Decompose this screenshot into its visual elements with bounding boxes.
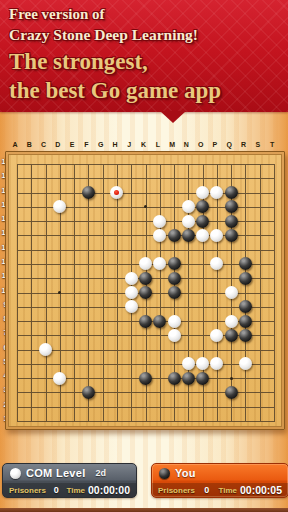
column-label: M: [167, 141, 178, 148]
column-label: Q: [224, 141, 235, 148]
you-prisoners-label: Prisoners: [158, 486, 195, 495]
column-label: T: [267, 141, 278, 148]
black-stone: [225, 186, 238, 199]
com-player-panel[interactable]: COM Level 2d Prisoners 0 Time 00:00:00: [2, 463, 137, 498]
black-stone: [153, 315, 166, 328]
column-label: C: [38, 141, 49, 148]
column-label: J: [124, 141, 135, 148]
black-stone: [239, 329, 252, 342]
banner-pointer: [160, 111, 186, 123]
black-stone: [168, 272, 181, 285]
app-screen: Free version of Crazy Stone Deep Learnin…: [0, 0, 288, 512]
you-panel-header: You: [152, 464, 288, 482]
banner-line-2: Crazy Stone Deep Learning!: [9, 27, 198, 43]
black-stone: [168, 229, 181, 242]
black-stone: [239, 272, 252, 285]
column-label: L: [152, 141, 163, 148]
black-stone: [139, 272, 152, 285]
promo-banner: Free version of Crazy Stone Deep Learnin…: [0, 0, 288, 112]
black-stone: [168, 286, 181, 299]
black-stone: [139, 286, 152, 299]
column-label: E: [67, 141, 78, 148]
you-panel-stats: Prisoners 0 Time 00:00:05: [152, 483, 288, 497]
column-label: P: [209, 141, 220, 148]
go-board[interactable]: [5, 151, 285, 430]
column-label: G: [95, 141, 106, 148]
column-label: F: [81, 141, 92, 148]
black-stone: [182, 229, 195, 242]
column-label: A: [10, 141, 21, 148]
black-stone: [139, 315, 152, 328]
com-prisoners-label: Prisoners: [9, 486, 46, 495]
white-stone: [225, 315, 238, 328]
white-stone: [125, 300, 138, 313]
you-time-label: Time: [218, 486, 237, 495]
white-stone-icon: [10, 468, 21, 479]
white-stone: [182, 215, 195, 228]
black-stone: [139, 372, 152, 385]
com-time-value: 00:00:00: [88, 484, 130, 496]
goban-surface[interactable]: [8, 154, 282, 427]
white-stone: [168, 329, 181, 342]
banner-line-3: The strongest,: [9, 50, 148, 73]
com-prisoners-count: 0: [54, 485, 59, 495]
com-time-label: Time: [66, 486, 85, 495]
column-label: R: [238, 141, 249, 148]
white-stone: [53, 372, 66, 385]
black-stone-icon: [159, 468, 170, 479]
black-stone: [225, 329, 238, 342]
black-stone: [168, 257, 181, 270]
column-label: B: [24, 141, 35, 148]
black-stone: [239, 315, 252, 328]
bottom-edge-strip: [0, 508, 288, 512]
column-label: O: [195, 141, 206, 148]
com-player-rank: 2d: [96, 468, 107, 478]
you-player-name: You: [175, 467, 196, 479]
white-stone: [225, 286, 238, 299]
white-stone: [153, 215, 166, 228]
you-time-value: 00:00:05: [240, 484, 282, 496]
black-stone: [196, 372, 209, 385]
com-player-name: COM Level: [26, 467, 86, 479]
column-label: K: [138, 141, 149, 148]
you-prisoners-count: 0: [204, 485, 209, 495]
banner-line-1: Free version of: [9, 7, 105, 22]
black-stone: [196, 215, 209, 228]
black-stone: [225, 229, 238, 242]
black-stone: [168, 372, 181, 385]
black-stone: [225, 215, 238, 228]
white-stone: [196, 229, 209, 242]
black-stone: [225, 200, 238, 213]
column-label: D: [52, 141, 63, 148]
com-panel-stats: Prisoners 0 Time 00:00:00: [3, 483, 136, 497]
star-point: [230, 377, 233, 380]
black-stone: [82, 186, 95, 199]
column-label: N: [181, 141, 192, 148]
black-stone: [225, 386, 238, 399]
com-panel-header: COM Level 2d: [3, 464, 136, 482]
white-stone: [125, 272, 138, 285]
column-label: H: [109, 141, 120, 148]
column-label: S: [252, 141, 263, 148]
white-stone: [125, 286, 138, 299]
black-stone: [182, 372, 195, 385]
black-stone: [82, 386, 95, 399]
white-stone: [168, 315, 181, 328]
banner-line-4: the best Go game app: [9, 79, 221, 102]
you-player-panel[interactable]: You Prisoners 0 Time 00:00:05: [151, 463, 288, 498]
